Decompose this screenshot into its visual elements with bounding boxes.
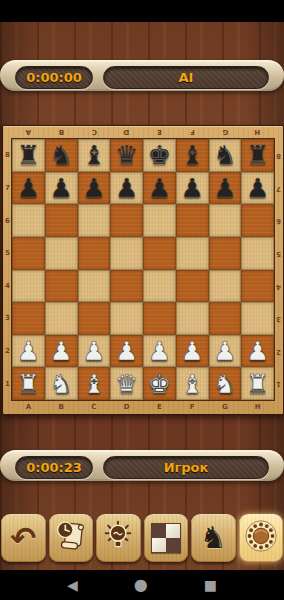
checkerboard-icon: [151, 523, 181, 553]
piece-bp: ♟: [180, 175, 203, 201]
coord-label: G: [209, 126, 242, 139]
dial-icon: [243, 518, 279, 558]
player-bar: 0:00:23 Игрок: [0, 450, 284, 481]
piece-theme-button[interactable]: ♞: [191, 514, 236, 562]
square-e1[interactable]: ♚: [143, 367, 176, 400]
square-e8[interactable]: ♚: [143, 139, 176, 172]
file-labels-top: ABCDEFGH: [12, 126, 274, 139]
square-g3[interactable]: [209, 302, 242, 335]
square-a7[interactable]: ♟: [12, 172, 45, 205]
coord-label: 1: [3, 367, 12, 400]
square-c2[interactable]: ♟: [78, 335, 111, 368]
chess-board: ABCDEFGH 87654321 87654321 ABCDEFGH ♜♞♝♛…: [2, 125, 284, 415]
square-e6[interactable]: [143, 204, 176, 237]
back-button[interactable]: ◀: [67, 578, 78, 592]
square-h2[interactable]: ♟: [241, 335, 274, 368]
square-f8[interactable]: ♝: [176, 139, 209, 172]
square-e3[interactable]: [143, 302, 176, 335]
opponent-bar: 0:00:00 AI: [0, 60, 284, 91]
move-history-button[interactable]: [49, 514, 94, 562]
piece-bn: ♞: [213, 142, 236, 168]
android-nav-bar: ◀ ● ■: [0, 570, 284, 600]
coord-label: 6: [3, 204, 12, 237]
coord-label: 6: [274, 204, 283, 237]
square-a8[interactable]: ♜: [12, 139, 45, 172]
square-b2[interactable]: ♟: [45, 335, 78, 368]
piece-wb: ♝: [82, 371, 105, 397]
square-d7[interactable]: ♟: [110, 172, 143, 205]
square-c5[interactable]: [78, 237, 111, 270]
square-c4[interactable]: [78, 270, 111, 303]
square-f2[interactable]: ♟: [176, 335, 209, 368]
piece-wp: ♟: [148, 338, 171, 364]
square-f4[interactable]: [176, 270, 209, 303]
square-b3[interactable]: [45, 302, 78, 335]
opponent-clock-value: 0:00:00: [26, 70, 82, 85]
square-e4[interactable]: [143, 270, 176, 303]
square-a3[interactable]: [12, 302, 45, 335]
piece-wn: ♞: [213, 371, 236, 397]
square-g4[interactable]: [209, 270, 242, 303]
coord-label: D: [110, 126, 143, 139]
player-clock: 0:00:23: [15, 456, 93, 479]
square-b1[interactable]: ♞: [45, 367, 78, 400]
square-f3[interactable]: [176, 302, 209, 335]
square-b8[interactable]: ♞: [45, 139, 78, 172]
coord-label: 7: [274, 172, 283, 205]
coord-label: 1: [274, 367, 283, 400]
square-a5[interactable]: [12, 237, 45, 270]
rank-labels-left: 87654321: [3, 139, 12, 400]
piece-bk: ♚: [148, 142, 171, 168]
square-h5[interactable]: [241, 237, 274, 270]
piece-bb: ♝: [180, 142, 203, 168]
square-f5[interactable]: [176, 237, 209, 270]
toolbar: ↶: [1, 514, 283, 562]
piece-bn: ♞: [49, 142, 72, 168]
file-labels-bottom: ABCDEFGH: [12, 400, 274, 413]
coord-label: 5: [274, 237, 283, 270]
coord-label: C: [78, 126, 111, 139]
square-d4[interactable]: [110, 270, 143, 303]
opponent-name: AI: [103, 66, 269, 89]
square-h7[interactable]: ♟: [241, 172, 274, 205]
square-g7[interactable]: ♟: [209, 172, 242, 205]
square-e5[interactable]: [143, 237, 176, 270]
square-f6[interactable]: [176, 204, 209, 237]
board-theme-button[interactable]: [144, 514, 189, 562]
piece-bp: ♟: [115, 175, 138, 201]
square-g6[interactable]: [209, 204, 242, 237]
square-a1[interactable]: ♜: [12, 367, 45, 400]
square-c8[interactable]: ♝: [78, 139, 111, 172]
coord-label: H: [241, 400, 274, 413]
square-c3[interactable]: [78, 302, 111, 335]
square-e7[interactable]: ♟: [143, 172, 176, 205]
square-e2[interactable]: ♟: [143, 335, 176, 368]
piece-wp: ♟: [213, 338, 236, 364]
square-a6[interactable]: [12, 204, 45, 237]
rank-labels-right: 87654321: [274, 139, 283, 400]
piece-wr: ♜: [246, 371, 269, 397]
scroll-clock-icon: [54, 519, 88, 557]
piece-wb: ♝: [180, 371, 203, 397]
hint-button[interactable]: [96, 514, 141, 562]
coord-label: D: [110, 400, 143, 413]
piece-bb: ♝: [82, 142, 105, 168]
player-clock-value: 0:00:23: [26, 460, 82, 475]
chess-app-screen: 0:00:00 AI ABCDEFGH 87654321 87654321 AB…: [0, 0, 284, 600]
opponent-clock: 0:00:00: [15, 66, 93, 89]
square-h3[interactable]: [241, 302, 274, 335]
piece-bp: ♟: [17, 175, 40, 201]
piece-br: ♜: [17, 142, 40, 168]
square-h1[interactable]: ♜: [241, 367, 274, 400]
square-f1[interactable]: ♝: [176, 367, 209, 400]
square-d3[interactable]: [110, 302, 143, 335]
square-d5[interactable]: [110, 237, 143, 270]
coord-label: 2: [3, 335, 12, 368]
piece-bp: ♟: [148, 175, 171, 201]
piece-wp: ♟: [180, 338, 203, 364]
opponent-name-label: AI: [179, 70, 194, 85]
square-a4[interactable]: [12, 270, 45, 303]
lightbulb-icon: [101, 519, 135, 557]
square-h4[interactable]: [241, 270, 274, 303]
square-c7[interactable]: ♟: [78, 172, 111, 205]
coord-label: A: [12, 126, 45, 139]
coord-label: B: [45, 126, 78, 139]
square-d1[interactable]: ♛: [110, 367, 143, 400]
square-h8[interactable]: ♜: [241, 139, 274, 172]
board-grid: ♜♞♝♛♚♝♞♜♟♟♟♟♟♟♟♟♟♟♟♟♟♟♟♟♜♞♝♛♚♝♞♜: [12, 139, 274, 400]
piece-wp: ♟: [115, 338, 138, 364]
status-bar: [0, 0, 284, 22]
square-d2[interactable]: ♟: [110, 335, 143, 368]
square-b7[interactable]: ♟: [45, 172, 78, 205]
square-g8[interactable]: ♞: [209, 139, 242, 172]
square-c6[interactable]: [78, 204, 111, 237]
square-f7[interactable]: ♟: [176, 172, 209, 205]
piece-wp: ♟: [246, 338, 269, 364]
piece-br: ♜: [246, 142, 269, 168]
square-g1[interactable]: ♞: [209, 367, 242, 400]
square-c1[interactable]: ♝: [78, 367, 111, 400]
coord-label: B: [45, 400, 78, 413]
piece-wp: ♟: [82, 338, 105, 364]
square-d6[interactable]: [110, 204, 143, 237]
coord-label: 8: [274, 139, 283, 172]
coord-label: 3: [3, 302, 12, 335]
square-h6[interactable]: [241, 204, 274, 237]
coord-label: 7: [3, 172, 12, 205]
player-name-label: Игрок: [164, 460, 209, 475]
coord-label: 8: [3, 139, 12, 172]
home-button[interactable]: ●: [134, 577, 148, 593]
coord-label: H: [241, 126, 274, 139]
coord-label: E: [143, 126, 176, 139]
piece-wp: ♟: [49, 338, 72, 364]
square-g5[interactable]: [209, 237, 242, 270]
piece-bp: ♟: [49, 175, 72, 201]
coord-label: 2: [274, 335, 283, 368]
square-g2[interactable]: ♟: [209, 335, 242, 368]
coord-label: F: [176, 400, 209, 413]
piece-bp: ♟: [82, 175, 105, 201]
undo-button[interactable]: ↶: [1, 514, 46, 562]
piece-bp: ♟: [213, 175, 236, 201]
settings-button[interactable]: [239, 514, 284, 562]
coord-label: 4: [274, 270, 283, 303]
square-b6[interactable]: [45, 204, 78, 237]
coord-label: 4: [3, 270, 12, 303]
square-b4[interactable]: [45, 270, 78, 303]
coord-label: 5: [3, 237, 12, 270]
piece-bp: ♟: [246, 175, 269, 201]
recents-button[interactable]: ■: [204, 578, 217, 592]
coord-label: F: [176, 126, 209, 139]
coord-label: 3: [274, 302, 283, 335]
square-a2[interactable]: ♟: [12, 335, 45, 368]
piece-wp: ♟: [17, 338, 40, 364]
coord-label: E: [143, 400, 176, 413]
undo-arrow-icon: ↶: [10, 523, 36, 554]
coord-label: A: [12, 400, 45, 413]
piece-wk: ♚: [148, 371, 171, 397]
square-d8[interactable]: ♛: [110, 139, 143, 172]
player-name: Игрок: [103, 456, 269, 479]
knight-icon: ♞: [200, 523, 227, 553]
piece-bq: ♛: [115, 142, 138, 168]
piece-wq: ♛: [115, 371, 138, 397]
coord-label: G: [209, 400, 242, 413]
square-b5[interactable]: [45, 237, 78, 270]
coord-label: C: [78, 400, 111, 413]
piece-wn: ♞: [49, 371, 72, 397]
piece-wr: ♜: [17, 371, 40, 397]
wood-background: 0:00:00 AI ABCDEFGH 87654321 87654321 AB…: [0, 22, 284, 570]
